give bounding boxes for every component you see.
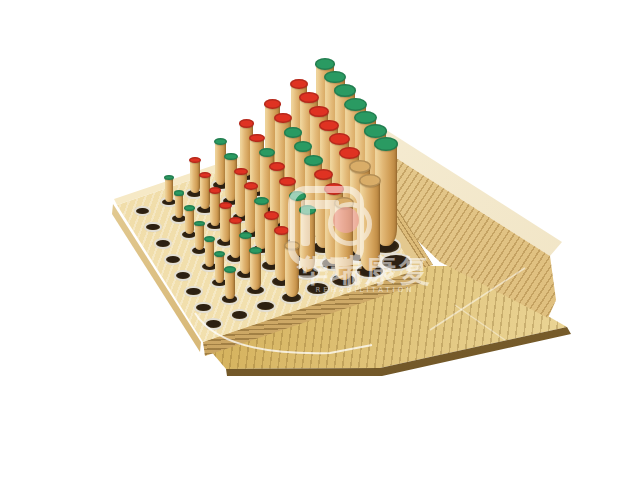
peg-top-red (279, 177, 296, 186)
peg-top-red (234, 168, 248, 176)
peg-top-red (324, 183, 344, 194)
peg-top-green (315, 58, 336, 70)
peg-top-wood (359, 174, 382, 187)
peg-top-red (239, 119, 254, 127)
peg-top-green (174, 190, 185, 196)
product-photo-scene: 华瑞康复 REHABILITATION (0, 0, 640, 480)
peg-top-green (364, 124, 388, 138)
peg-top-green (184, 205, 195, 211)
peg-top-green (164, 175, 174, 180)
peg-green[interactable] (185, 208, 194, 234)
peg-top-green (289, 191, 306, 201)
peg-green[interactable] (175, 193, 184, 218)
peg-green[interactable] (225, 269, 235, 298)
peg-green[interactable] (165, 177, 173, 202)
peg-top-green (354, 111, 377, 124)
hole[interactable] (186, 288, 201, 295)
hole[interactable] (307, 283, 328, 293)
peg-top-red (264, 211, 279, 219)
peg-top-green (344, 98, 366, 111)
peg-top-green (254, 197, 269, 205)
peg-top-green (259, 148, 275, 157)
peg-top-green (194, 221, 205, 227)
peg-top-green (224, 266, 236, 272)
peg-red[interactable] (220, 205, 231, 241)
peg-green[interactable] (250, 250, 262, 290)
peg-wood[interactable] (335, 203, 353, 280)
peg-wood[interactable] (360, 181, 381, 271)
peg-green[interactable] (300, 210, 316, 272)
peg-top-wood (334, 197, 354, 209)
hole[interactable] (382, 255, 410, 269)
peg-top-wood (284, 241, 300, 250)
peg-top-green (204, 236, 215, 242)
peg-top-red (274, 226, 289, 235)
peg-top-red (219, 202, 232, 209)
peg-wood[interactable] (285, 245, 299, 297)
peg-top-green (284, 127, 302, 137)
peg-red[interactable] (200, 175, 210, 209)
peg-top-red (329, 133, 350, 145)
peg-top-green (239, 232, 252, 239)
peg-top-red (249, 134, 264, 143)
peg-top-wood (349, 160, 371, 173)
peg-top-green (304, 155, 323, 166)
peg-top-red (229, 217, 242, 224)
peg-red[interactable] (190, 160, 200, 193)
peg-top-green (334, 84, 356, 97)
hole[interactable] (156, 240, 170, 247)
hole[interactable] (166, 256, 180, 263)
peg-top-red (209, 187, 221, 194)
peg-green[interactable] (195, 223, 204, 250)
peg-green[interactable] (205, 239, 214, 267)
peg-green[interactable] (215, 254, 225, 283)
peg-top-green (294, 141, 312, 151)
peg-top-green (224, 153, 238, 160)
hole[interactable] (206, 320, 221, 328)
peg-red[interactable] (210, 190, 220, 225)
hole[interactable] (232, 311, 247, 319)
peg-top-red (189, 157, 201, 163)
